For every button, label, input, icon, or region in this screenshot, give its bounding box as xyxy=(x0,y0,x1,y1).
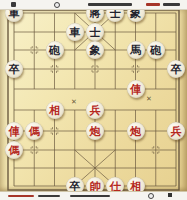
piece-red-兵[interactable]: 兵 xyxy=(86,101,104,119)
river-mark-left: ✕ xyxy=(71,98,77,105)
footer-circle-mark xyxy=(148,193,154,199)
piece-black-車[interactable]: 車 xyxy=(66,23,84,41)
header-text-run-2 xyxy=(163,3,180,6)
piece-black-象[interactable]: 象 xyxy=(86,41,104,59)
piece-black-士[interactable]: 士 xyxy=(86,23,104,41)
piece-red-相[interactable]: 相 xyxy=(46,101,64,119)
river-mark-right: ✕ xyxy=(146,95,152,102)
piece-black-卒[interactable]: 卒 xyxy=(167,60,185,78)
header-text-run xyxy=(88,3,132,6)
piece-red-炮[interactable]: 炮 xyxy=(86,122,104,140)
piece-red-炮[interactable]: 炮 xyxy=(127,122,145,140)
header-red-text-run xyxy=(146,3,160,6)
footer-text-run-2 xyxy=(70,195,110,197)
piece-black-馬[interactable]: 馬 xyxy=(127,41,145,59)
piece-red-傌[interactable]: 傌 xyxy=(5,141,23,159)
footer-text-run xyxy=(38,195,60,197)
piece-black-卒[interactable]: 卒 xyxy=(5,60,23,78)
header-logo-mark xyxy=(11,2,16,7)
footer-square-mark xyxy=(168,193,172,197)
page-header-strip xyxy=(0,0,187,10)
piece-black-砲[interactable]: 砲 xyxy=(46,41,64,59)
piece-red-兵[interactable]: 兵 xyxy=(167,122,185,140)
header-circle-mark xyxy=(54,2,60,8)
xiangqi-photo: 車將士象車士砲象馬砲卒卒俥相兵俥傌炮炮兵傌卒帥仕相 ✕ ✕ xyxy=(0,0,187,200)
piece-red-俥[interactable]: 俥 xyxy=(127,80,145,98)
xiangqi-board: 車將士象車士砲象馬砲卒卒俥相兵俥傌炮炮兵傌卒帥仕相 ✕ ✕ xyxy=(0,9,187,192)
footer-red-text-run xyxy=(8,195,34,197)
page-footer-strip xyxy=(0,191,187,200)
piece-black-砲[interactable]: 砲 xyxy=(147,41,165,59)
piece-red-俥[interactable]: 俥 xyxy=(5,122,23,140)
